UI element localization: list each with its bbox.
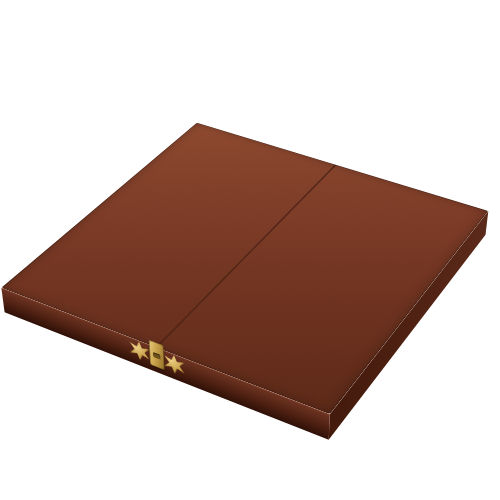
clasp-hasp xyxy=(149,340,165,371)
clasp-star-right-icon xyxy=(164,351,185,377)
chessboard xyxy=(1,123,488,415)
clasp-star-left-icon xyxy=(129,338,150,364)
fold-seam xyxy=(155,165,336,348)
product-photo-scene xyxy=(0,0,500,500)
